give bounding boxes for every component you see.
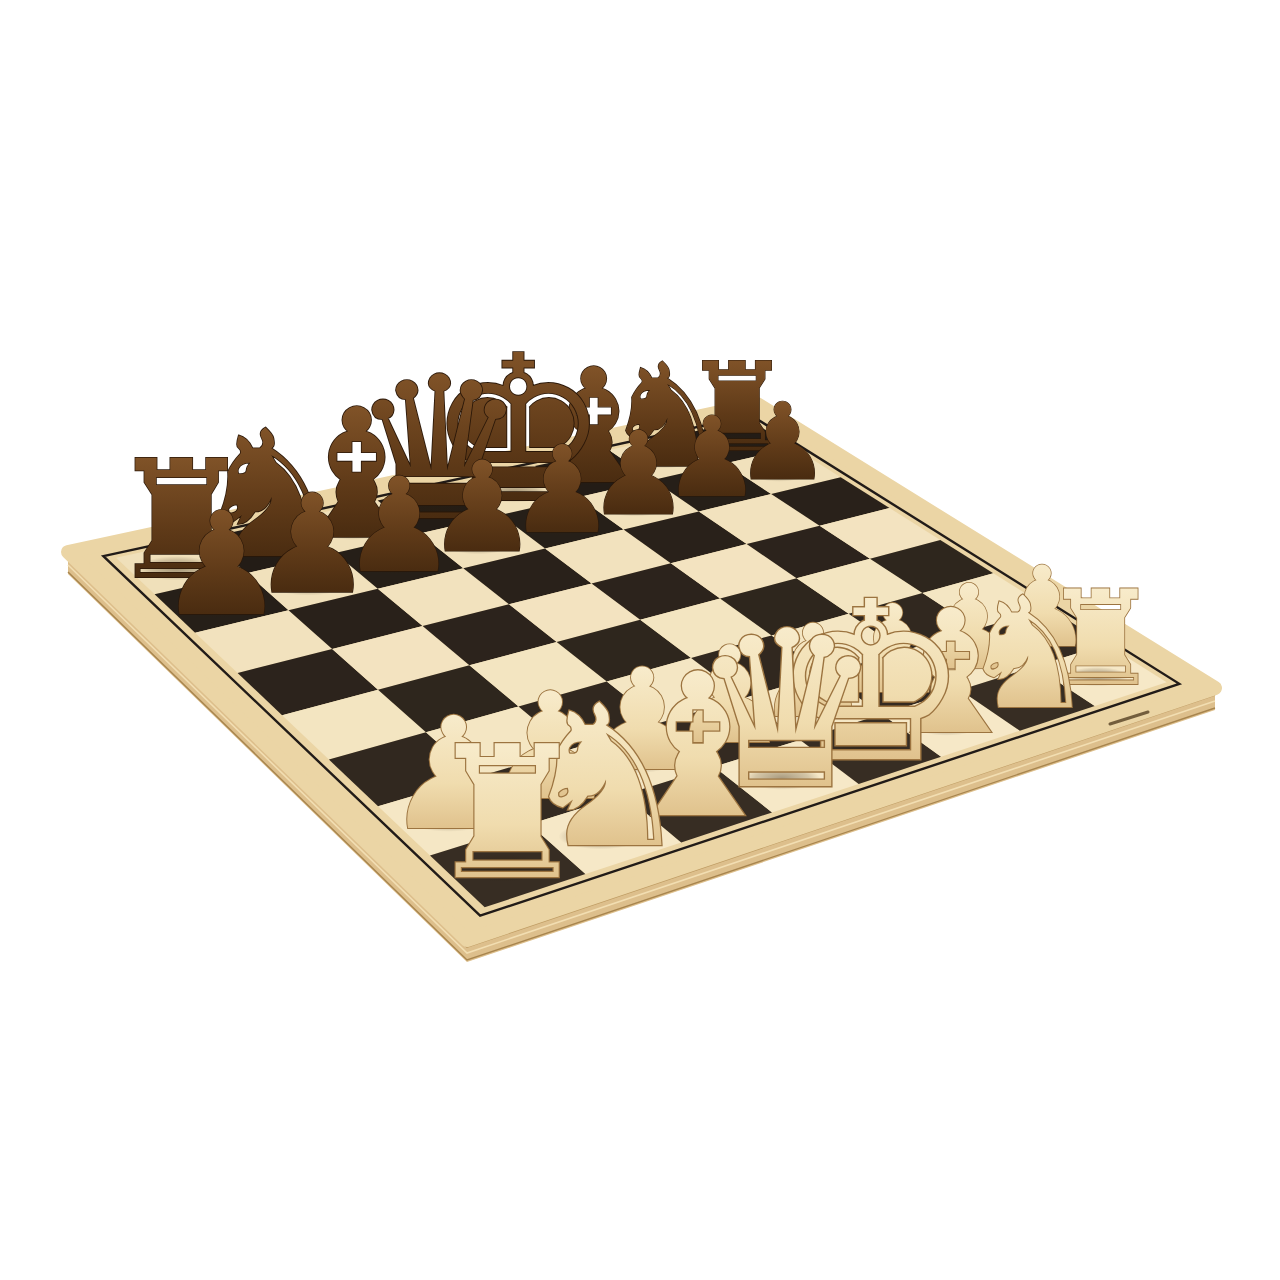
chessboard-product-photo: ♜♞♟♝♟♚♟♛♟♝♟♞♟♜♟♟♟♟♜♟♞♟♝♟♚♟♛♟♝♟♞♜	[0, 0, 1280, 1280]
piece-black-pawn-a7[interactable]: ♟	[157, 481, 285, 648]
board-svg: ♜♞♟♝♟♚♟♛♟♝♟♞♟♜♟♟♟♟♜♟♞♟♝♟♚♟♛♟♝♟♞♜	[0, 0, 1280, 1280]
product-photo-canvas: ♜♞♟♝♟♚♟♛♟♝♟♞♟♜♟♟♟♟♜♟♞♟♝♟♚♟♛♟♝♟♞♜	[0, 0, 1280, 1280]
piece-white-rook-a1[interactable]: ♜	[426, 707, 590, 920]
